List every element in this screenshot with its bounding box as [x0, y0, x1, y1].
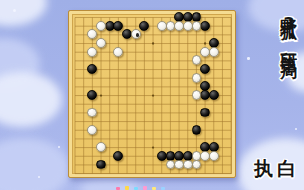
- stone-black: [200, 64, 210, 74]
- stone-white: [131, 29, 141, 39]
- sparkle-dot: [38, 176, 40, 178]
- stone-white: [209, 151, 219, 161]
- stone-white: [192, 90, 202, 100]
- confetti-dot: [116, 187, 120, 190]
- stone-white: [87, 108, 97, 118]
- stone-black: [192, 125, 202, 135]
- sparkle-dot: [13, 9, 16, 12]
- stone-black: [139, 21, 149, 31]
- stone-black: [113, 151, 123, 161]
- game-title-vertical: 野狐3段第一局: [277, 6, 301, 164]
- stone-black: [87, 64, 97, 74]
- sparkle-dot: [58, 146, 60, 148]
- stone-white: [87, 125, 97, 135]
- last-move-marker: [136, 33, 139, 36]
- stone-black: [96, 160, 106, 170]
- sparkle-dot: [247, 57, 250, 60]
- stone-black: [113, 21, 123, 31]
- cloud: [0, 0, 47, 26]
- playing-white-label: 执白: [254, 156, 300, 182]
- stone-white: [96, 38, 106, 48]
- cloud: [0, 72, 62, 127]
- stone-white: [87, 47, 97, 57]
- confetti-dot: [161, 187, 165, 190]
- confetti-dot: [152, 187, 156, 190]
- stone-white: [192, 160, 202, 170]
- stone-white: [192, 21, 202, 31]
- stones-layer: [71, 13, 236, 178]
- stone-white: [87, 29, 97, 39]
- stone-white: [192, 55, 202, 65]
- confetti-dot: [125, 186, 129, 190]
- stone-white: [96, 142, 106, 152]
- confetti-dot: [143, 186, 147, 190]
- app-background: 野狐3段第一局 执白: [0, 0, 304, 190]
- stone-white: [113, 47, 123, 57]
- go-board[interactable]: [68, 10, 236, 178]
- stone-white: [192, 73, 202, 83]
- confetti-dot: [134, 187, 138, 190]
- stone-white: [96, 21, 106, 31]
- stone-white: [209, 47, 219, 57]
- stone-black: [200, 21, 210, 31]
- stone-black: [87, 90, 97, 100]
- stone-black: [209, 90, 219, 100]
- stone-black: [200, 108, 210, 118]
